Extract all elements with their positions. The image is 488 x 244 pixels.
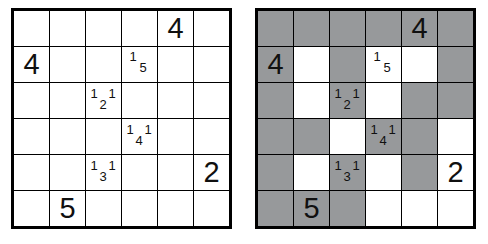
solution-cell-r4c3 xyxy=(330,119,365,154)
solution-cell-r4c6 xyxy=(438,119,473,154)
solution-cell-r1c5: 4 xyxy=(402,11,437,46)
clue-digit: 5 xyxy=(381,61,393,74)
puzzle-cell-r6c3 xyxy=(86,191,121,226)
solution-cell-r3c3: 121 xyxy=(330,83,365,118)
clue-digit: 4 xyxy=(267,47,283,82)
puzzle-cell-r1c2 xyxy=(50,11,85,46)
puzzle-cell-r5c5 xyxy=(158,155,193,190)
solution-cell-r1c2 xyxy=(294,11,329,46)
puzzle-cell-r2c5 xyxy=(158,47,193,82)
solution-board: 441512114113125 xyxy=(255,8,476,229)
puzzle-cell-r6c6 xyxy=(194,191,229,226)
clue-digit: 5 xyxy=(137,61,149,74)
clue-digit: 5 xyxy=(303,191,319,226)
solution-cell-r4c5 xyxy=(402,119,437,154)
puzzle-cell-r4c2 xyxy=(50,119,85,154)
puzzle-cell-r2c3 xyxy=(86,47,121,82)
solution-cell-r1c1 xyxy=(258,11,293,46)
puzzle-cell-r4c1 xyxy=(14,119,49,154)
puzzle-cell-r3c4 xyxy=(122,83,157,118)
puzzle-cell-r1c4 xyxy=(122,11,157,46)
puzzle-cell-r3c6 xyxy=(194,83,229,118)
puzzle-cell-r2c1: 4 xyxy=(14,47,49,82)
clue-digit: 2 xyxy=(203,155,219,190)
solution-cell-r3c1 xyxy=(258,83,293,118)
clue-digit: 1 xyxy=(350,87,362,100)
solution-cell-r5c6: 2 xyxy=(438,155,473,190)
clue-digit: 4 xyxy=(167,11,183,46)
solution-cell-r3c4 xyxy=(366,83,401,118)
solution-cell-r2c2 xyxy=(294,47,329,82)
puzzle-cell-r3c1 xyxy=(14,83,49,118)
solution-cell-r2c3 xyxy=(330,47,365,82)
solution-cell-r6c2: 5 xyxy=(294,191,329,226)
puzzle-board: 441512114113125 xyxy=(11,8,232,229)
solution-cell-r3c2 xyxy=(294,83,329,118)
solution-cell-r6c6 xyxy=(438,191,473,226)
puzzle-cell-r6c5 xyxy=(158,191,193,226)
solution-cell-r5c5 xyxy=(402,155,437,190)
solution-cell-r2c4: 15 xyxy=(366,47,401,82)
clue-digit: 4 xyxy=(23,47,39,82)
puzzle-cell-r6c1 xyxy=(14,191,49,226)
solution-cell-r4c1 xyxy=(258,119,293,154)
puzzle-cell-r2c4: 15 xyxy=(122,47,157,82)
solution-cell-r2c5 xyxy=(402,47,437,82)
solution-cell-r5c1 xyxy=(258,155,293,190)
solution-cell-r3c5 xyxy=(402,83,437,118)
solution-cell-r1c6 xyxy=(438,11,473,46)
solution-cell-r6c5 xyxy=(402,191,437,226)
puzzle-cell-r2c6 xyxy=(194,47,229,82)
puzzle-cell-r5c6: 2 xyxy=(194,155,229,190)
puzzle-cell-r5c3: 131 xyxy=(86,155,121,190)
solution-cell-r6c3 xyxy=(330,191,365,226)
clue-digit: 1 xyxy=(350,159,362,172)
solution-cell-r4c4: 141 xyxy=(366,119,401,154)
puzzle-cell-r3c2 xyxy=(50,83,85,118)
clue-digit: 1 xyxy=(106,87,118,100)
puzzle-cell-r1c3 xyxy=(86,11,121,46)
puzzle-cell-r4c3 xyxy=(86,119,121,154)
solution-cell-r2c1: 4 xyxy=(258,47,293,82)
solution-cell-r1c3 xyxy=(330,11,365,46)
clue-digit: 2 xyxy=(447,155,463,190)
solution-cell-r6c1 xyxy=(258,191,293,226)
puzzle-cell-r4c6 xyxy=(194,119,229,154)
clue-digit: 1 xyxy=(386,123,398,136)
puzzle-cell-r2c2 xyxy=(50,47,85,82)
solution-cell-r5c3: 131 xyxy=(330,155,365,190)
solution-cell-r1c4 xyxy=(366,11,401,46)
solution-cell-r3c6 xyxy=(438,83,473,118)
puzzle-cell-r5c1 xyxy=(14,155,49,190)
puzzle-cell-r1c1 xyxy=(14,11,49,46)
solution-cell-r5c2 xyxy=(294,155,329,190)
solution-cell-r6c4 xyxy=(366,191,401,226)
puzzle-cell-r6c4 xyxy=(122,191,157,226)
puzzle-cell-r1c5: 4 xyxy=(158,11,193,46)
puzzle-cell-r4c4: 141 xyxy=(122,119,157,154)
clue-digit: 5 xyxy=(59,191,75,226)
tapa-figure: 441512114113125 441512114113125 xyxy=(0,0,488,244)
puzzle-cell-r1c6 xyxy=(194,11,229,46)
puzzle-cell-r5c4 xyxy=(122,155,157,190)
puzzle-cell-r3c5 xyxy=(158,83,193,118)
clue-digit: 1 xyxy=(106,159,118,172)
puzzle-cell-r5c2 xyxy=(50,155,85,190)
solution-cell-r2c6 xyxy=(438,47,473,82)
clue-digit: 1 xyxy=(142,123,154,136)
solution-cell-r4c2 xyxy=(294,119,329,154)
puzzle-cell-r4c5 xyxy=(158,119,193,154)
puzzle-cell-r3c3: 121 xyxy=(86,83,121,118)
puzzle-cell-r6c2: 5 xyxy=(50,191,85,226)
clue-digit: 4 xyxy=(411,11,427,46)
solution-cell-r5c4 xyxy=(366,155,401,190)
